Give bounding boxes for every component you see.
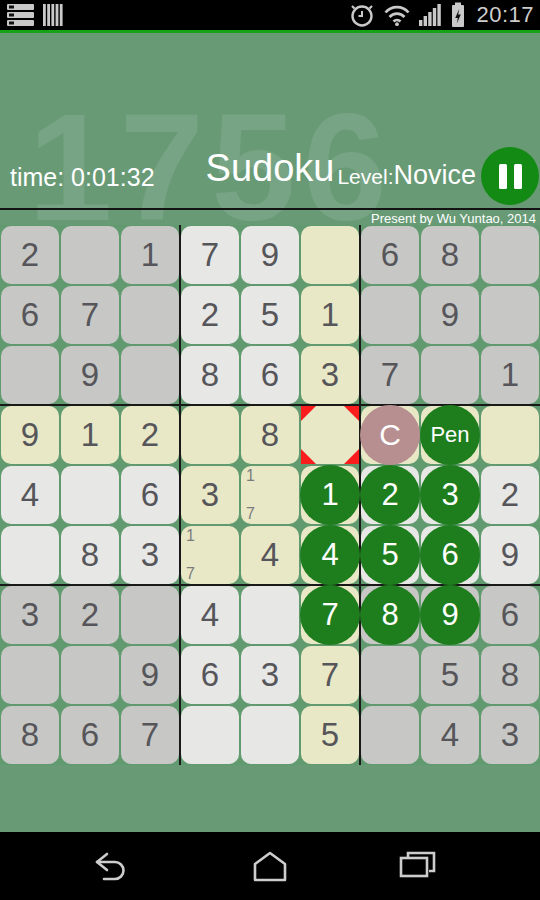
cell-r6c4[interactable]: 17 [181,526,239,584]
cell-digit: 6 [141,476,159,514]
pause-icon [499,164,507,189]
popup-digit-5-button[interactable]: 5 [360,525,420,585]
cell-r4c2[interactable]: 1 [61,406,119,464]
cell-digit: 9 [141,656,159,694]
cell-digit: 8 [21,716,39,754]
cell-r9c7[interactable] [361,706,419,764]
status-right-icons: 20:17 [349,2,534,28]
selection-corner [301,406,316,421]
cell-r8c6[interactable]: 7 [301,646,359,704]
cell-digit: 7 [201,236,219,274]
cell-digit: 4 [201,596,219,634]
cell-r8c7[interactable] [361,646,419,704]
popup-digit-8-button[interactable]: 8 [360,585,420,645]
cell-r6c1[interactable] [1,526,59,584]
credit-text: Present by Wu Yuntao, 2014 [371,211,536,225]
popup-digit-4-button[interactable]: 4 [300,525,360,585]
cell-r4c6[interactable] [301,406,359,464]
cell-digit: 3 [141,536,159,574]
cell-r7c4[interactable]: 4 [181,586,239,644]
cell-digit: 6 [81,716,99,754]
cell-digit: 2 [501,476,519,514]
cell-digit: 8 [81,536,99,574]
cell-r3c8[interactable] [421,346,479,404]
cell-r2c2[interactable]: 7 [61,286,119,344]
cell-r8c1[interactable] [1,646,59,704]
battery-charging-icon [450,2,466,28]
cell-r8c8[interactable]: 5 [421,646,479,704]
header-divider [0,208,540,210]
cell-digit: 1 [501,356,519,394]
cell-r9c9[interactable]: 3 [481,706,539,764]
cell-r1c5[interactable]: 9 [241,226,299,284]
notification-list-icon [6,3,36,27]
recents-button[interactable] [394,849,440,883]
cell-r1c2[interactable] [61,226,119,284]
cell-r2c5[interactable]: 5 [241,286,299,344]
cell-r8c4[interactable]: 6 [181,646,239,704]
cell-r7c9[interactable]: 6 [481,586,539,644]
cell-r6c2[interactable]: 8 [61,526,119,584]
cell-r6c5[interactable]: 4 [241,526,299,584]
cell-r3c4[interactable]: 8 [181,346,239,404]
cell-r4c9[interactable] [481,406,539,464]
cell-digit: 5 [261,296,279,334]
cell-digit: 9 [21,416,39,454]
cell-digit: 4 [261,536,279,574]
navigation-bar [0,832,540,900]
cell-r1c8[interactable]: 8 [421,226,479,284]
app-title: Sudoku [206,147,335,190]
cell-digit: 5 [441,656,459,694]
cell-r4c4[interactable] [181,406,239,464]
cell-r6c9[interactable]: 9 [481,526,539,584]
status-left-icons [6,3,63,27]
wifi-icon [382,3,412,27]
popup-digit-7-button[interactable]: 7 [300,585,360,645]
cell-digit: 6 [261,356,279,394]
cell-r7c5[interactable] [241,586,299,644]
cell-r9c2[interactable]: 6 [61,706,119,764]
cell-digit: 4 [441,716,459,754]
cell-digit: 2 [21,236,39,274]
cell-r5c9[interactable]: 2 [481,466,539,524]
cell-r9c1[interactable]: 8 [1,706,59,764]
home-button[interactable] [247,849,293,883]
cell-digit: 9 [261,236,279,274]
cell-digit: 6 [381,236,399,274]
cell-digit: 7 [81,296,99,334]
cell-r7c3[interactable] [121,586,179,644]
header: 1756 time: 0:01:32 Sudoku Level:Novice P… [0,33,540,225]
pencil-marks: 17 [182,526,238,584]
cell-digit: 8 [501,656,519,694]
cell-r1c4[interactable]: 7 [181,226,239,284]
pause-button[interactable] [481,147,539,205]
phone-screen: 20:17 1756 time: 0:01:32 Sudoku Level:No… [0,0,540,900]
signal-icon [419,3,443,27]
cell-digit: 3 [321,356,339,394]
cell-r5c1[interactable]: 4 [1,466,59,524]
cell-r2c8[interactable]: 9 [421,286,479,344]
selection-corner [344,406,359,421]
popup-digit-3-button[interactable]: 3 [420,465,480,525]
cell-r8c3[interactable]: 9 [121,646,179,704]
selection-corner [301,449,316,464]
cell-r2c4[interactable]: 2 [181,286,239,344]
alarm-icon [349,2,375,28]
cell-digit: 6 [201,656,219,694]
cell-r4c5[interactable]: 8 [241,406,299,464]
popup-digit-9-button[interactable]: 9 [420,585,480,645]
cell-digit: 1 [141,236,159,274]
cell-digit: 8 [261,416,279,454]
popup-digit-1-button[interactable]: 1 [300,465,360,525]
cell-digit: 7 [141,716,159,754]
level-label: Level: [337,165,393,188]
cell-r3c5[interactable]: 6 [241,346,299,404]
timer-text: time: 0:01:32 [10,163,155,192]
sudoku-grid: 2179686725199863719128463172831749324696… [0,225,540,765]
level-text: Level:Novice [337,160,476,191]
cell-r3c6[interactable]: 3 [301,346,359,404]
status-clock: 20:17 [476,2,534,28]
cell-digit: 1 [81,416,99,454]
cell-r3c3[interactable] [121,346,179,404]
cell-r7c1[interactable]: 3 [1,586,59,644]
cell-r4c1[interactable]: 9 [1,406,59,464]
cell-r5c3[interactable]: 6 [121,466,179,524]
cell-r3c2[interactable]: 9 [61,346,119,404]
cell-r1c3[interactable]: 1 [121,226,179,284]
cell-digit: 6 [21,296,39,334]
cell-digit: 5 [321,716,339,754]
cell-digit: 3 [201,476,219,514]
cell-r8c5[interactable]: 3 [241,646,299,704]
cell-r9c4[interactable] [181,706,239,764]
cell-digit: 2 [81,596,99,634]
cell-r5c5[interactable]: 17 [241,466,299,524]
cell-digit: 1 [321,296,339,334]
cell-digit: 2 [141,416,159,454]
cell-r9c6[interactable]: 5 [301,706,359,764]
cell-digit: 9 [501,536,519,574]
cell-r3c1[interactable] [1,346,59,404]
cell-digit: 3 [501,716,519,754]
cell-r2c6[interactable]: 1 [301,286,359,344]
cell-digit: 6 [501,596,519,634]
pencil-marks: 17 [242,466,298,524]
cell-digit: 7 [321,656,339,694]
popup-digit-2-button[interactable]: 2 [360,465,420,525]
stripes-icon [43,3,63,27]
cell-digit: 3 [21,596,39,634]
cell-r1c7[interactable]: 6 [361,226,419,284]
cell-r9c3[interactable]: 7 [121,706,179,764]
box-line-vertical [179,225,181,765]
cell-digit: 3 [261,656,279,694]
cell-r7c2[interactable]: 2 [61,586,119,644]
cell-r2c7[interactable] [361,286,419,344]
selection-corner [344,449,359,464]
cell-digit: 8 [201,356,219,394]
popup-pen-button[interactable]: Pen [420,405,480,465]
cell-r2c1[interactable]: 6 [1,286,59,344]
back-button[interactable] [88,849,134,883]
cell-r2c9[interactable] [481,286,539,344]
cell-r6c3[interactable]: 3 [121,526,179,584]
cell-r1c6[interactable] [301,226,359,284]
popup-digit-6-button[interactable]: 6 [420,525,480,585]
cell-r5c4[interactable]: 3 [181,466,239,524]
popup-clear-button[interactable]: C [360,405,420,465]
cell-digit: 4 [21,476,39,514]
cell-r1c9[interactable] [481,226,539,284]
cell-r9c5[interactable] [241,706,299,764]
status-bar[interactable]: 20:17 [0,0,540,30]
cell-r9c8[interactable]: 4 [421,706,479,764]
cell-r5c2[interactable] [61,466,119,524]
cell-r4c3[interactable]: 2 [121,406,179,464]
cell-r8c9[interactable]: 8 [481,646,539,704]
cell-r3c9[interactable]: 1 [481,346,539,404]
cell-digit: 7 [381,356,399,394]
level-value: Novice [393,160,476,190]
cell-r1c1[interactable]: 2 [1,226,59,284]
cell-r2c3[interactable] [121,286,179,344]
cell-digit: 2 [201,296,219,334]
cell-r8c2[interactable] [61,646,119,704]
cell-r3c7[interactable]: 7 [361,346,419,404]
cell-digit: 9 [441,296,459,334]
cell-digit: 8 [441,236,459,274]
cell-digit: 9 [81,356,99,394]
